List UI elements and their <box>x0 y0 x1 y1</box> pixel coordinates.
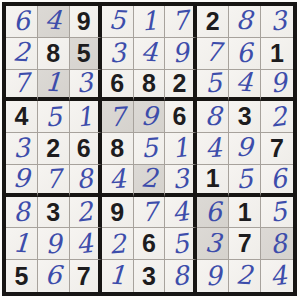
sudoku-cell-r1c7: 2 <box>197 6 229 38</box>
sudoku-cell-r8c2: 9 <box>38 228 70 260</box>
handwritten-digit: 8 <box>204 102 222 129</box>
sudoku-cell-r1c1: 6 <box>6 6 38 38</box>
sudoku-cell-r5c8: 9 <box>229 133 261 165</box>
sudoku-cell-r9c7: 9 <box>197 260 229 292</box>
sudoku-cell-r4c7: 8 <box>197 101 229 133</box>
handwritten-digit: 7 <box>171 7 191 35</box>
sudoku-cell-r3c5: 8 <box>134 70 166 102</box>
handwritten-digit: 4 <box>108 165 126 192</box>
given-digit: 6 <box>110 71 124 96</box>
handwritten-digit: 7 <box>204 39 222 66</box>
sudoku-cell-r3c6: 2 <box>165 70 197 102</box>
sudoku-cell-r2c9: 1 <box>261 38 293 70</box>
handwritten-digit: 7 <box>12 70 30 97</box>
sudoku-cell-r7c5: 7 <box>134 197 166 229</box>
sudoku-cell-r5c5: 5 <box>134 133 166 165</box>
handwritten-digit: 4 <box>44 7 62 34</box>
sudoku-cell-r1c2: 4 <box>38 6 70 38</box>
sudoku-cell-r3c4: 6 <box>102 70 134 102</box>
sudoku-cell-r1c3: 9 <box>70 6 102 38</box>
handwritten-digit: 9 <box>44 230 62 257</box>
given-digit: 5 <box>14 264 28 289</box>
given-digit: 3 <box>238 104 252 129</box>
sudoku-cell-r9c8: 2 <box>229 260 261 292</box>
handwritten-digit: 2 <box>140 164 158 191</box>
handwritten-digit: 4 <box>171 198 191 226</box>
sudoku-cell-r4c8: 3 <box>229 101 261 133</box>
sudoku-cell-r7c6: 4 <box>165 197 197 229</box>
sudoku-cell-r9c3: 7 <box>70 260 102 292</box>
sudoku-cell-r3c3: 3 <box>70 70 102 102</box>
handwritten-digit: 5 <box>171 230 191 258</box>
handwritten-digit: 8 <box>75 165 95 193</box>
handwritten-digit: 9 <box>236 134 254 161</box>
given-digit: 5 <box>77 41 91 66</box>
handwritten-digit: 9 <box>268 69 288 97</box>
handwritten-digit: 1 <box>140 8 158 35</box>
handwritten-digit: 9 <box>171 39 191 67</box>
sudoku-cell-r2c8: 6 <box>229 38 261 70</box>
sudoku-cell-r6c8: 5 <box>229 165 261 197</box>
sudoku-cell-r7c8: 1 <box>229 197 261 229</box>
handwritten-digit: 2 <box>236 262 254 289</box>
sudoku-cell-r3c9: 9 <box>261 70 293 102</box>
given-digit: 6 <box>172 104 186 129</box>
sudoku-cell-r4c6: 6 <box>165 101 197 133</box>
sudoku-cell-r3c2: 1 <box>38 70 70 102</box>
sudoku-cell-r2c5: 4 <box>134 38 166 70</box>
given-digit: 8 <box>110 136 124 161</box>
sudoku-cell-r8c5: 6 <box>134 228 166 260</box>
handwritten-digit: 9 <box>140 102 158 129</box>
handwritten-digit: 2 <box>13 39 31 66</box>
sudoku-cell-r8c3: 4 <box>70 228 102 260</box>
handwritten-digit: 9 <box>13 164 31 191</box>
sudoku-cell-r9c1: 5 <box>6 260 38 292</box>
given-digit: 8 <box>46 41 60 66</box>
handwritten-digit: 1 <box>171 134 191 162</box>
sudoku-cell-r5c6: 1 <box>165 133 197 165</box>
sudoku-cell-r9c2: 6 <box>38 260 70 292</box>
handwritten-digit: 6 <box>268 165 288 193</box>
handwritten-digit: 4 <box>204 135 222 162</box>
given-digit: 7 <box>238 231 252 256</box>
sudoku-cell-r9c4: 1 <box>102 260 134 292</box>
sudoku-cell-r8c9: 8 <box>261 228 293 260</box>
handwritten-digit: 4 <box>75 230 95 258</box>
handwritten-digit: 7 <box>44 165 62 192</box>
sudoku-cell-r4c9: 2 <box>261 101 293 133</box>
sudoku-cell-r5c3: 6 <box>70 133 102 165</box>
sudoku-cell-r9c6: 8 <box>165 260 197 292</box>
sudoku-cell-r8c1: 1 <box>6 228 38 260</box>
handwritten-digit: 8 <box>268 230 288 258</box>
handwritten-digit: 5 <box>236 165 254 192</box>
given-digit: 6 <box>142 231 156 256</box>
handwritten-digit: 6 <box>44 262 62 289</box>
sudoku-cell-r7c9: 5 <box>261 197 293 229</box>
given-digit: 4 <box>14 104 28 129</box>
given-digit: 3 <box>142 264 156 289</box>
handwritten-digit: 5 <box>44 103 62 130</box>
sudoku-cell-r2c6: 9 <box>165 38 197 70</box>
sudoku-cell-r4c4: 7 <box>102 101 134 133</box>
given-digit: 2 <box>46 136 60 161</box>
given-digit: 7 <box>77 264 91 289</box>
sudoku-cell-r4c5: 9 <box>134 101 166 133</box>
sudoku-cell-r7c3: 2 <box>70 197 102 229</box>
sudoku-cell-r6c3: 8 <box>70 165 102 197</box>
handwritten-digit: 6 <box>236 40 254 67</box>
handwritten-digit: 1 <box>108 262 126 289</box>
sudoku-cell-r7c7: 6 <box>197 197 229 229</box>
handwritten-digit: 3 <box>108 40 126 67</box>
sudoku-cell-r6c6: 3 <box>165 165 197 197</box>
handwritten-digit: 2 <box>75 198 95 226</box>
sudoku-cell-r9c9: 4 <box>261 260 293 292</box>
sudoku-cell-r3c8: 4 <box>229 70 261 102</box>
sudoku-cell-r2c1: 2 <box>6 38 38 70</box>
sudoku-cell-r4c3: 1 <box>70 101 102 133</box>
sudoku-cell-r1c5: 1 <box>134 6 166 38</box>
sudoku-cell-r5c1: 3 <box>6 133 38 165</box>
handwritten-digit: 8 <box>12 199 30 226</box>
sudoku-cell-r5c4: 8 <box>102 133 134 165</box>
handwritten-digit: 5 <box>140 135 158 162</box>
given-digit: 7 <box>270 136 284 161</box>
handwritten-digit: 7 <box>108 103 126 130</box>
handwritten-digit: 3 <box>171 165 191 193</box>
sudoku-cell-r8c4: 2 <box>102 228 134 260</box>
handwritten-digit: 4 <box>268 262 288 290</box>
sudoku-cell-r9c5: 3 <box>134 260 166 292</box>
handwritten-digit: 3 <box>12 135 30 162</box>
sudoku-cell-r1c9: 3 <box>261 6 293 38</box>
given-digit: 1 <box>238 200 252 225</box>
handwritten-digit: 3 <box>268 7 288 35</box>
given-digit: 9 <box>77 9 91 34</box>
given-digit: 1 <box>206 166 220 191</box>
sudoku-cell-r1c6: 7 <box>165 6 197 38</box>
given-digit: 2 <box>172 71 186 96</box>
sudoku-cell-r6c1: 9 <box>6 165 38 197</box>
sudoku-cell-r5c2: 2 <box>38 133 70 165</box>
given-digit: 3 <box>46 200 60 225</box>
sudoku-cell-r6c5: 2 <box>134 165 166 197</box>
handwritten-digit: 2 <box>108 230 126 257</box>
handwritten-digit: 6 <box>204 199 222 226</box>
sudoku-cell-r3c1: 7 <box>6 70 38 102</box>
handwritten-digit: 1 <box>13 229 31 256</box>
sudoku-cell-r2c3: 5 <box>70 38 102 70</box>
handwritten-digit: 3 <box>75 69 95 97</box>
given-digit: 6 <box>77 136 91 161</box>
handwritten-digit: 8 <box>171 262 191 290</box>
sudoku-cell-r7c4: 9 <box>102 197 134 229</box>
sudoku-cell-r2c4: 3 <box>102 38 134 70</box>
given-digit: 1 <box>270 41 284 66</box>
sudoku-cell-r6c4: 4 <box>102 165 134 197</box>
sudoku-cell-r1c4: 5 <box>102 6 134 38</box>
sudoku-cell-r8c6: 5 <box>165 228 197 260</box>
sudoku-cell-r2c2: 8 <box>38 38 70 70</box>
sudoku-cell-r8c7: 3 <box>197 228 229 260</box>
handwritten-digit: 5 <box>268 198 288 226</box>
given-digit: 2 <box>206 9 220 34</box>
handwritten-digit: 4 <box>140 39 158 66</box>
handwritten-digit: 1 <box>44 69 62 96</box>
sudoku-cell-r1c8: 8 <box>229 6 261 38</box>
scanned-sudoku-page: 6495172832853497617136825494517968323268… <box>0 0 300 300</box>
given-digit: 8 <box>142 71 156 96</box>
sudoku-cell-r6c7: 1 <box>197 165 229 197</box>
handwritten-digit: 7 <box>140 199 158 226</box>
handwritten-digit: 4 <box>236 69 254 96</box>
given-digit: 9 <box>110 200 124 225</box>
handwritten-digit: 1 <box>75 103 95 131</box>
handwritten-digit: 3 <box>204 229 222 256</box>
sudoku-cell-r7c2: 3 <box>38 197 70 229</box>
sudoku-cell-r3c7: 5 <box>197 70 229 102</box>
sudoku-board: 6495172832853497617136825494517968323268… <box>2 2 297 296</box>
sudoku-cell-r6c9: 6 <box>261 165 293 197</box>
handwritten-digit: 5 <box>204 70 222 97</box>
handwritten-digit: 6 <box>12 8 30 35</box>
sudoku-cell-r5c9: 7 <box>261 133 293 165</box>
handwritten-digit: 8 <box>236 7 254 34</box>
sudoku-cell-r4c2: 5 <box>38 101 70 133</box>
sudoku-cell-r8c8: 7 <box>229 228 261 260</box>
handwritten-digit: 5 <box>108 7 126 34</box>
handwritten-digit: 2 <box>268 103 288 131</box>
sudoku-cell-r5c7: 4 <box>197 133 229 165</box>
sudoku-cell-r7c1: 8 <box>6 197 38 229</box>
sudoku-cell-r4c1: 4 <box>6 101 38 133</box>
sudoku-cell-r6c2: 7 <box>38 165 70 197</box>
handwritten-digit: 9 <box>204 263 222 290</box>
sudoku-cell-r2c7: 7 <box>197 38 229 70</box>
